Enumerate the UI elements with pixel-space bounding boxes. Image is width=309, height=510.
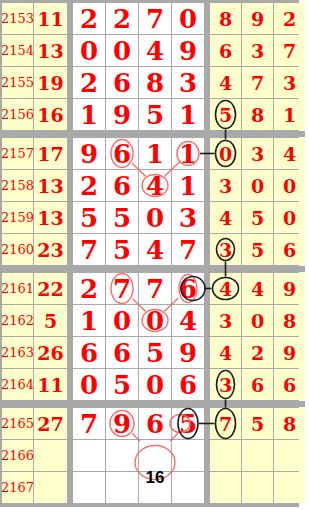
column-separator bbox=[205, 369, 209, 400]
cell-2165-period: 2165 bbox=[2, 408, 33, 439]
cell-2157-d2: 6 bbox=[106, 138, 138, 169]
cell-2158-e3: 0 bbox=[274, 170, 305, 201]
cell-2162-period: 2162 bbox=[2, 305, 33, 336]
column-separator bbox=[68, 234, 72, 265]
cell-2161-d2: 7 bbox=[106, 273, 138, 304]
cell-2162-d3: 0 bbox=[139, 305, 171, 336]
cell-2153-d4: 0 bbox=[172, 3, 204, 34]
cell-2156-sum: 16 bbox=[34, 99, 67, 130]
cell-2154-d4: 9 bbox=[172, 35, 204, 66]
cell-2162-e2: 0 bbox=[242, 305, 273, 336]
cell-2164-e2: 6 bbox=[242, 369, 273, 400]
cell-2161-e1: 4 bbox=[210, 273, 241, 304]
cell-2154-d2: 0 bbox=[106, 35, 138, 66]
cell-2154-e3: 7 bbox=[274, 35, 305, 66]
cell-2160-d1: 7 bbox=[73, 234, 105, 265]
cell-2154-e2: 3 bbox=[242, 35, 273, 66]
cell-2158-sum: 13 bbox=[34, 170, 67, 201]
cell-2154-sum: 13 bbox=[34, 35, 67, 66]
cell-2162-d4: 4 bbox=[172, 305, 204, 336]
cell-2154-d1: 0 bbox=[73, 35, 105, 66]
cell-2166-d4 bbox=[172, 440, 204, 471]
group-separator bbox=[2, 131, 305, 137]
column-separator bbox=[205, 170, 209, 201]
cell-2156-e3: 1 bbox=[274, 99, 305, 130]
cell-2166-d2 bbox=[106, 440, 138, 471]
cell-2156-d4: 1 bbox=[172, 99, 204, 130]
cell-2167-d2 bbox=[106, 472, 138, 503]
cell-2153-d1: 2 bbox=[73, 3, 105, 34]
cell-2153-e3: 2 bbox=[274, 3, 305, 34]
cell-2153-sum: 11 bbox=[34, 3, 67, 34]
cell-2159-e2: 5 bbox=[242, 202, 273, 233]
cell-2160-e2: 5 bbox=[242, 234, 273, 265]
cell-2159-e1: 4 bbox=[210, 202, 241, 233]
cell-2166-e3 bbox=[274, 440, 305, 471]
cell-2167-e3 bbox=[274, 472, 305, 503]
cell-2156-d3: 5 bbox=[139, 99, 171, 130]
cell-2156-d2: 9 bbox=[106, 99, 138, 130]
cell-2155-e1: 4 bbox=[210, 67, 241, 98]
cell-2164-sum: 11 bbox=[34, 369, 67, 400]
column-separator bbox=[205, 472, 209, 503]
cell-2154-d3: 4 bbox=[139, 35, 171, 66]
cell-2157-e2: 3 bbox=[242, 138, 273, 169]
cell-2158-e1: 3 bbox=[210, 170, 241, 201]
cell-2155-d3: 8 bbox=[139, 67, 171, 98]
cell-2158-period: 2158 bbox=[2, 170, 33, 201]
column-separator bbox=[205, 67, 209, 98]
column-separator bbox=[68, 3, 72, 34]
cell-2157-e1: 0 bbox=[210, 138, 241, 169]
cell-2163-d2: 6 bbox=[106, 337, 138, 368]
column-separator bbox=[205, 408, 209, 439]
cell-2153-d3: 7 bbox=[139, 3, 171, 34]
cell-2161-d4: 6 bbox=[172, 273, 204, 304]
cell-2160-d4: 7 bbox=[172, 234, 204, 265]
cell-2164-d2: 5 bbox=[106, 369, 138, 400]
cell-2160-e3: 6 bbox=[274, 234, 305, 265]
cell-2165-d3: 6 bbox=[139, 408, 171, 439]
cell-2165-d2: 9 bbox=[106, 408, 138, 439]
sum-prediction-label: 16 bbox=[146, 468, 165, 488]
cell-2161-e2: 4 bbox=[242, 273, 273, 304]
cell-2163-period: 2163 bbox=[2, 337, 33, 368]
lottery-trend-chart: 2153112270892215413004963721551926834732… bbox=[0, 0, 309, 510]
cell-2164-d4: 6 bbox=[172, 369, 204, 400]
trend-chart-grid: 2153112270892215413004963721551926834732… bbox=[0, 0, 299, 507]
cell-2157-d4: 1 bbox=[172, 138, 204, 169]
column-separator bbox=[68, 138, 72, 169]
cell-2158-e2: 0 bbox=[242, 170, 273, 201]
cell-2157-d3: 1 bbox=[139, 138, 171, 169]
column-separator bbox=[68, 99, 72, 130]
cell-2158-d2: 6 bbox=[106, 170, 138, 201]
cell-2162-d1: 1 bbox=[73, 305, 105, 336]
cell-2163-e2: 2 bbox=[242, 337, 273, 368]
cell-2159-d4: 3 bbox=[172, 202, 204, 233]
cell-2162-e1: 3 bbox=[210, 305, 241, 336]
cell-2165-sum: 27 bbox=[34, 408, 67, 439]
cell-2160-d3: 4 bbox=[139, 234, 171, 265]
column-separator bbox=[205, 138, 209, 169]
cell-2159-d1: 5 bbox=[73, 202, 105, 233]
cell-2166-e1 bbox=[210, 440, 241, 471]
column-separator bbox=[68, 305, 72, 336]
cell-2167-d1 bbox=[73, 472, 105, 503]
column-separator bbox=[68, 35, 72, 66]
cell-2158-d4: 1 bbox=[172, 170, 204, 201]
cell-2155-d4: 3 bbox=[172, 67, 204, 98]
cell-2166-e2 bbox=[242, 440, 273, 471]
cell-2165-e1: 7 bbox=[210, 408, 241, 439]
cell-2155-d1: 2 bbox=[73, 67, 105, 98]
cell-2159-e3: 0 bbox=[274, 202, 305, 233]
cell-2161-d1: 2 bbox=[73, 273, 105, 304]
cell-2164-d3: 0 bbox=[139, 369, 171, 400]
column-separator bbox=[205, 202, 209, 233]
cell-2160-period: 2160 bbox=[2, 234, 33, 265]
column-separator bbox=[205, 337, 209, 368]
cell-2154-e1: 6 bbox=[210, 35, 241, 66]
cell-2164-period: 2164 bbox=[2, 369, 33, 400]
cell-2153-d2: 2 bbox=[106, 3, 138, 34]
cell-2165-d1: 7 bbox=[73, 408, 105, 439]
cell-2159-period: 2159 bbox=[2, 202, 33, 233]
cell-2153-e2: 9 bbox=[242, 3, 273, 34]
cell-2161-period: 2161 bbox=[2, 273, 33, 304]
column-separator bbox=[205, 440, 209, 471]
column-separator bbox=[68, 337, 72, 368]
column-separator bbox=[68, 273, 72, 304]
cell-2162-sum: 5 bbox=[34, 305, 67, 336]
cell-2155-sum: 19 bbox=[34, 67, 67, 98]
cell-2167-e2 bbox=[242, 472, 273, 503]
column-separator bbox=[68, 369, 72, 400]
cell-2164-e1: 3 bbox=[210, 369, 241, 400]
cell-2160-sum: 23 bbox=[34, 234, 67, 265]
column-separator bbox=[68, 67, 72, 98]
cell-2161-d3: 7 bbox=[139, 273, 171, 304]
column-separator bbox=[68, 170, 72, 201]
group-separator bbox=[2, 266, 305, 272]
cell-2153-period: 2153 bbox=[2, 3, 33, 34]
cell-2154-period: 2154 bbox=[2, 35, 33, 66]
cell-2156-e2: 8 bbox=[242, 99, 273, 130]
cell-2155-e3: 3 bbox=[274, 67, 305, 98]
cell-2163-sum: 26 bbox=[34, 337, 67, 368]
column-separator bbox=[205, 234, 209, 265]
group-separator bbox=[2, 401, 305, 407]
cell-2166-sum bbox=[34, 440, 67, 471]
cell-2167-d4 bbox=[172, 472, 204, 503]
cell-2160-d2: 5 bbox=[106, 234, 138, 265]
cell-2157-period: 2157 bbox=[2, 138, 33, 169]
cell-2164-d1: 0 bbox=[73, 369, 105, 400]
cell-2156-d1: 1 bbox=[73, 99, 105, 130]
cell-2159-d3: 0 bbox=[139, 202, 171, 233]
cell-2159-sum: 13 bbox=[34, 202, 67, 233]
column-separator bbox=[205, 35, 209, 66]
cell-2160-e1: 3 bbox=[210, 234, 241, 265]
cell-2164-e3: 6 bbox=[274, 369, 305, 400]
cell-2162-e3: 8 bbox=[274, 305, 305, 336]
cell-2163-d1: 6 bbox=[73, 337, 105, 368]
column-separator bbox=[68, 408, 72, 439]
cell-2158-d1: 2 bbox=[73, 170, 105, 201]
cell-2166-period: 2166 bbox=[2, 440, 33, 471]
cell-2158-d3: 4 bbox=[139, 170, 171, 201]
cell-2167-period: 2167 bbox=[2, 472, 33, 503]
cell-2155-d2: 6 bbox=[106, 67, 138, 98]
cell-2159-d2: 5 bbox=[106, 202, 138, 233]
column-separator bbox=[205, 3, 209, 34]
cell-2163-d4: 9 bbox=[172, 337, 204, 368]
cell-2167-sum bbox=[34, 472, 67, 503]
column-separator bbox=[68, 472, 72, 503]
cell-2157-sum: 17 bbox=[34, 138, 67, 169]
column-separator bbox=[205, 273, 209, 304]
column-separator bbox=[68, 440, 72, 471]
cell-2166-d1 bbox=[73, 440, 105, 471]
cell-2156-e1: 5 bbox=[210, 99, 241, 130]
cell-2167-e1 bbox=[210, 472, 241, 503]
cell-2161-sum: 22 bbox=[34, 273, 67, 304]
cell-2156-period: 2156 bbox=[2, 99, 33, 130]
cell-2157-e3: 4 bbox=[274, 138, 305, 169]
cell-2163-d3: 5 bbox=[139, 337, 171, 368]
cell-2155-period: 2155 bbox=[2, 67, 33, 98]
cell-2155-e2: 7 bbox=[242, 67, 273, 98]
cell-2165-e3: 8 bbox=[274, 408, 305, 439]
column-separator bbox=[205, 305, 209, 336]
column-separator bbox=[68, 202, 72, 233]
cell-2157-d1: 9 bbox=[73, 138, 105, 169]
cell-2161-e3: 9 bbox=[274, 273, 305, 304]
cell-2165-d4: 5 bbox=[172, 408, 204, 439]
column-separator bbox=[205, 99, 209, 130]
cell-2163-e1: 4 bbox=[210, 337, 241, 368]
cell-2166-d3 bbox=[139, 440, 171, 471]
cell-2153-e1: 8 bbox=[210, 3, 241, 34]
cell-2163-e3: 9 bbox=[274, 337, 305, 368]
cell-2162-d2: 0 bbox=[106, 305, 138, 336]
cell-2165-e2: 5 bbox=[242, 408, 273, 439]
